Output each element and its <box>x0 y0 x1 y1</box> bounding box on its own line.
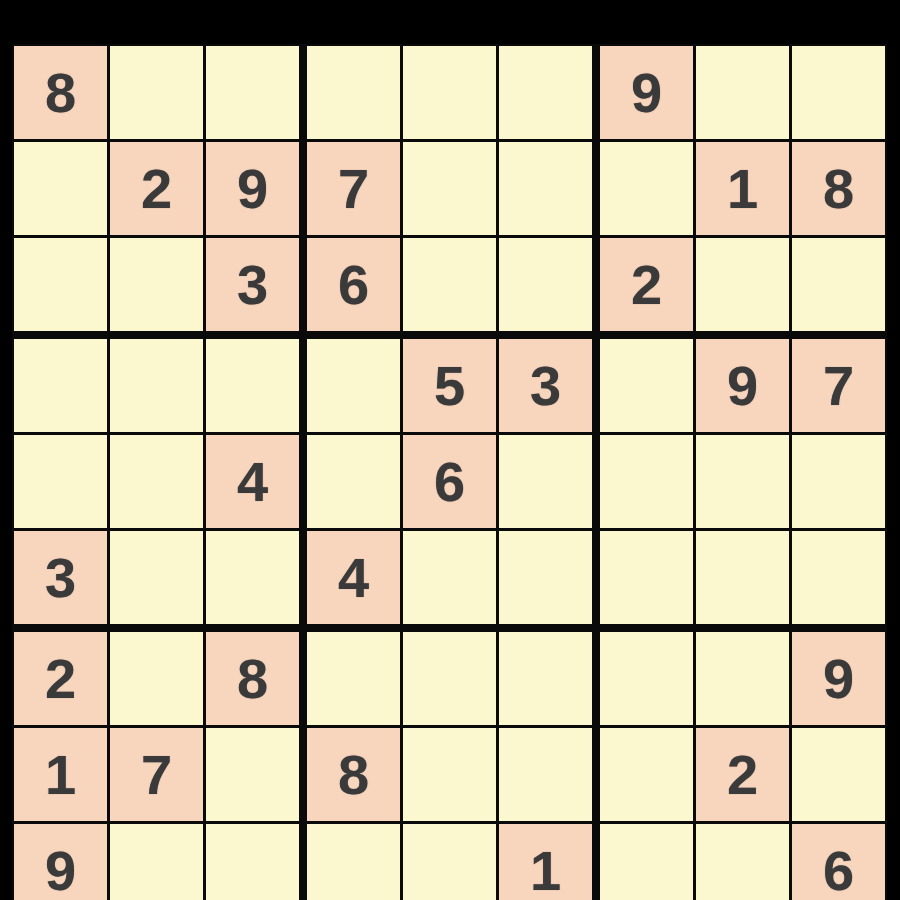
cell-r6c1[interactable]: 3 <box>14 531 107 624</box>
sudoku-board: 8293769182435364972817981926 <box>12 44 887 900</box>
cell-value: 2 <box>141 161 172 217</box>
cell-r3c4[interactable]: 6 <box>307 238 400 331</box>
cell-r5c1[interactable] <box>14 435 107 528</box>
cell-r9c5[interactable] <box>403 824 496 900</box>
cell-r6c8[interactable] <box>696 531 789 624</box>
cell-value: 9 <box>631 65 662 121</box>
cell-r4c8[interactable]: 9 <box>696 339 789 432</box>
cell-r8c3[interactable] <box>206 728 299 821</box>
cell-r9c6[interactable]: 1 <box>499 824 592 900</box>
cell-value: 6 <box>823 843 854 899</box>
cell-value: 2 <box>45 651 76 707</box>
cell-r6c3[interactable] <box>206 531 299 624</box>
cell-r2c6[interactable] <box>499 142 592 235</box>
cell-value: 8 <box>823 161 854 217</box>
cell-r8c1[interactable]: 1 <box>14 728 107 821</box>
cell-r7c3[interactable]: 8 <box>206 632 299 725</box>
cell-r8c5[interactable] <box>403 728 496 821</box>
cell-r2c9[interactable]: 8 <box>792 142 885 235</box>
cell-value: 2 <box>727 747 758 803</box>
block-2: 76 <box>307 46 592 331</box>
cell-r9c7[interactable] <box>600 824 693 900</box>
cell-r7c2[interactable] <box>110 632 203 725</box>
cell-value: 9 <box>45 843 76 899</box>
cell-r9c4[interactable] <box>307 824 400 900</box>
letterboxed-canvas: 8293769182435364972817981926 <box>0 0 900 900</box>
block-4: 43 <box>14 339 299 624</box>
cell-r5c4[interactable] <box>307 435 400 528</box>
cell-r4c2[interactable] <box>110 339 203 432</box>
cell-r6c6[interactable] <box>499 531 592 624</box>
cell-value: 7 <box>823 358 854 414</box>
cell-r4c1[interactable] <box>14 339 107 432</box>
cell-value: 4 <box>237 454 268 510</box>
block-6: 97 <box>600 339 885 624</box>
cell-r2c2[interactable]: 2 <box>110 142 203 235</box>
cell-value: 3 <box>45 550 76 606</box>
cell-r8c7[interactable] <box>600 728 693 821</box>
cell-r2c7[interactable] <box>600 142 693 235</box>
cell-r5c5[interactable]: 6 <box>403 435 496 528</box>
cell-r1c6[interactable] <box>499 46 592 139</box>
cell-value: 2 <box>631 257 662 313</box>
cell-r5c7[interactable] <box>600 435 693 528</box>
cell-value: 8 <box>237 651 268 707</box>
cell-r5c2[interactable] <box>110 435 203 528</box>
cell-r4c7[interactable] <box>600 339 693 432</box>
cell-r2c4[interactable]: 7 <box>307 142 400 235</box>
cell-value: 9 <box>727 358 758 414</box>
cell-r5c6[interactable] <box>499 435 592 528</box>
cell-r6c7[interactable] <box>600 531 693 624</box>
cell-r3c3[interactable]: 3 <box>206 238 299 331</box>
cell-r3c7[interactable]: 2 <box>600 238 693 331</box>
cell-r3c1[interactable] <box>14 238 107 331</box>
cell-value: 1 <box>45 747 76 803</box>
cell-value: 7 <box>141 747 172 803</box>
cell-r7c8[interactable] <box>696 632 789 725</box>
cell-r7c9[interactable]: 9 <box>792 632 885 725</box>
cell-r1c7[interactable]: 9 <box>600 46 693 139</box>
cell-r3c9[interactable] <box>792 238 885 331</box>
cell-r1c1[interactable]: 8 <box>14 46 107 139</box>
cell-r3c8[interactable] <box>696 238 789 331</box>
cell-r8c8[interactable]: 2 <box>696 728 789 821</box>
cell-r7c5[interactable] <box>403 632 496 725</box>
block-3: 9182 <box>600 46 885 331</box>
cell-r1c3[interactable] <box>206 46 299 139</box>
cell-r7c1[interactable]: 2 <box>14 632 107 725</box>
cell-r4c6[interactable]: 3 <box>499 339 592 432</box>
cell-r8c2[interactable]: 7 <box>110 728 203 821</box>
cell-r3c5[interactable] <box>403 238 496 331</box>
cell-value: 4 <box>338 550 369 606</box>
cell-r2c5[interactable] <box>403 142 496 235</box>
cell-value: 1 <box>727 161 758 217</box>
cell-value: 6 <box>434 454 465 510</box>
cell-r8c9[interactable] <box>792 728 885 821</box>
cell-r7c6[interactable] <box>499 632 592 725</box>
cell-r6c9[interactable] <box>792 531 885 624</box>
cell-r2c3[interactable]: 9 <box>206 142 299 235</box>
cell-r9c1[interactable]: 9 <box>14 824 107 900</box>
cell-r4c5[interactable]: 5 <box>403 339 496 432</box>
block-1: 8293 <box>14 46 299 331</box>
cell-value: 7 <box>338 161 369 217</box>
cell-r9c9[interactable]: 6 <box>792 824 885 900</box>
cell-value: 3 <box>530 358 561 414</box>
cell-value: 8 <box>45 65 76 121</box>
cell-r6c4[interactable]: 4 <box>307 531 400 624</box>
cell-r6c2[interactable] <box>110 531 203 624</box>
cell-value: 8 <box>338 747 369 803</box>
cell-r7c7[interactable] <box>600 632 693 725</box>
cell-r1c4[interactable] <box>307 46 400 139</box>
cell-r2c8[interactable]: 1 <box>696 142 789 235</box>
cell-value: 9 <box>823 651 854 707</box>
block-9: 926 <box>600 632 885 900</box>
cell-r1c2[interactable] <box>110 46 203 139</box>
cell-r5c9[interactable] <box>792 435 885 528</box>
cell-r3c6[interactable] <box>499 238 592 331</box>
cell-r1c8[interactable] <box>696 46 789 139</box>
cell-value: 9 <box>237 161 268 217</box>
cell-r4c3[interactable] <box>206 339 299 432</box>
cell-r6c5[interactable] <box>403 531 496 624</box>
cell-r8c6[interactable] <box>499 728 592 821</box>
cell-r3c2[interactable] <box>110 238 203 331</box>
cell-r5c3[interactable]: 4 <box>206 435 299 528</box>
block-8: 81 <box>307 632 592 900</box>
cell-r1c9[interactable] <box>792 46 885 139</box>
cell-value: 6 <box>338 257 369 313</box>
cell-r4c9[interactable]: 7 <box>792 339 885 432</box>
cell-r9c2[interactable] <box>110 824 203 900</box>
cell-r7c4[interactable] <box>307 632 400 725</box>
cell-value: 1 <box>530 843 561 899</box>
cell-r8c4[interactable]: 8 <box>307 728 400 821</box>
cell-r2c1[interactable] <box>14 142 107 235</box>
cell-value: 3 <box>237 257 268 313</box>
block-5: 5364 <box>307 339 592 624</box>
cell-r4c4[interactable] <box>307 339 400 432</box>
cell-r9c3[interactable] <box>206 824 299 900</box>
cell-r9c8[interactable] <box>696 824 789 900</box>
cell-value: 5 <box>434 358 465 414</box>
cell-r5c8[interactable] <box>696 435 789 528</box>
cell-r1c5[interactable] <box>403 46 496 139</box>
block-7: 28179 <box>14 632 299 900</box>
